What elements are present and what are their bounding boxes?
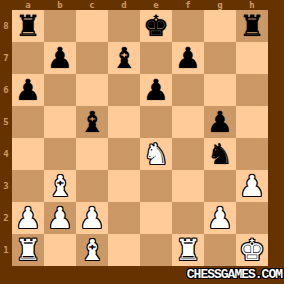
file-label-f: f — [172, 0, 204, 10]
white-pawn-h3: ♟ — [239, 170, 265, 202]
square-f3[interactable] — [172, 170, 204, 202]
square-h1[interactable]: ♚ — [236, 234, 268, 266]
square-f1[interactable]: ♜ — [172, 234, 204, 266]
chess-diagram-frame: abcdefgh 87654321 ♜♚♜♟♝♟♟♟♝♟♞♞♝♟♟♟♟♟♜♝♜♚… — [0, 0, 284, 284]
white-pawn-g2: ♟ — [207, 202, 233, 234]
square-d5[interactable] — [108, 106, 140, 138]
square-g7[interactable] — [204, 42, 236, 74]
square-d6[interactable] — [108, 74, 140, 106]
square-h2[interactable] — [236, 202, 268, 234]
square-e6[interactable]: ♟ — [140, 74, 172, 106]
black-pawn-a6: ♟ — [15, 74, 41, 106]
rank-label-2: 2 — [0, 202, 12, 234]
square-e8[interactable]: ♚ — [140, 10, 172, 42]
white-king-h1: ♚ — [239, 234, 265, 266]
file-label-d: d — [108, 0, 140, 10]
square-a6[interactable]: ♟ — [12, 74, 44, 106]
square-c2[interactable]: ♟ — [76, 202, 108, 234]
square-a2[interactable]: ♟ — [12, 202, 44, 234]
rank-label-7: 7 — [0, 42, 12, 74]
square-g5[interactable]: ♟ — [204, 106, 236, 138]
rank-label-3: 3 — [0, 170, 12, 202]
square-a3[interactable] — [12, 170, 44, 202]
chessgames-watermark: CHESSGAMES.COM — [187, 268, 282, 282]
file-label-c: c — [76, 0, 108, 10]
file-label-a: a — [12, 0, 44, 10]
black-bishop-c5: ♝ — [79, 106, 105, 138]
square-e7[interactable] — [140, 42, 172, 74]
square-d1[interactable] — [108, 234, 140, 266]
file-label-e: e — [140, 0, 172, 10]
square-c6[interactable] — [76, 74, 108, 106]
white-pawn-a2: ♟ — [15, 202, 41, 234]
square-c1[interactable]: ♝ — [76, 234, 108, 266]
square-b4[interactable] — [44, 138, 76, 170]
square-e5[interactable] — [140, 106, 172, 138]
square-b1[interactable] — [44, 234, 76, 266]
square-g4[interactable]: ♞ — [204, 138, 236, 170]
square-c3[interactable] — [76, 170, 108, 202]
rank-label-5: 5 — [0, 106, 12, 138]
square-h8[interactable]: ♜ — [236, 10, 268, 42]
white-bishop-c1: ♝ — [79, 234, 105, 266]
rank-label-1: 1 — [0, 234, 12, 266]
square-g2[interactable]: ♟ — [204, 202, 236, 234]
white-knight-e4: ♞ — [143, 138, 169, 170]
black-rook-a8: ♜ — [15, 10, 41, 42]
square-d8[interactable] — [108, 10, 140, 42]
black-pawn-e6: ♟ — [143, 74, 169, 106]
black-pawn-g5: ♟ — [207, 106, 233, 138]
square-h4[interactable] — [236, 138, 268, 170]
black-pawn-f7: ♟ — [175, 42, 201, 74]
white-bishop-b3: ♝ — [47, 170, 73, 202]
square-b8[interactable] — [44, 10, 76, 42]
chess-board: ♜♚♜♟♝♟♟♟♝♟♞♞♝♟♟♟♟♟♜♝♜♚ — [12, 10, 268, 266]
white-rook-a1: ♜ — [15, 234, 41, 266]
square-h7[interactable] — [236, 42, 268, 74]
square-a1[interactable]: ♜ — [12, 234, 44, 266]
square-f5[interactable] — [172, 106, 204, 138]
black-bishop-d7: ♝ — [111, 42, 137, 74]
square-b5[interactable] — [44, 106, 76, 138]
square-g3[interactable] — [204, 170, 236, 202]
square-b3[interactable]: ♝ — [44, 170, 76, 202]
square-g6[interactable] — [204, 74, 236, 106]
black-knight-g4: ♞ — [207, 138, 233, 170]
square-e3[interactable] — [140, 170, 172, 202]
rank-label-4: 4 — [0, 138, 12, 170]
square-f8[interactable] — [172, 10, 204, 42]
square-b2[interactable]: ♟ — [44, 202, 76, 234]
square-e1[interactable] — [140, 234, 172, 266]
square-d2[interactable] — [108, 202, 140, 234]
square-h5[interactable] — [236, 106, 268, 138]
square-f2[interactable] — [172, 202, 204, 234]
square-a7[interactable] — [12, 42, 44, 74]
square-a5[interactable] — [12, 106, 44, 138]
square-g1[interactable] — [204, 234, 236, 266]
rank-label-8: 8 — [0, 10, 12, 42]
file-labels: abcdefgh — [12, 0, 268, 10]
square-b7[interactable]: ♟ — [44, 42, 76, 74]
black-pawn-b7: ♟ — [47, 42, 73, 74]
white-pawn-c2: ♟ — [79, 202, 105, 234]
square-f7[interactable]: ♟ — [172, 42, 204, 74]
file-label-b: b — [44, 0, 76, 10]
square-f6[interactable] — [172, 74, 204, 106]
rank-labels: 87654321 — [0, 10, 12, 266]
square-d3[interactable] — [108, 170, 140, 202]
black-king-e8: ♚ — [143, 10, 169, 42]
file-label-h: h — [236, 0, 268, 10]
white-pawn-b2: ♟ — [47, 202, 73, 234]
file-label-g: g — [204, 0, 236, 10]
square-h6[interactable] — [236, 74, 268, 106]
square-c8[interactable] — [76, 10, 108, 42]
square-e2[interactable] — [140, 202, 172, 234]
black-rook-h8: ♜ — [239, 10, 265, 42]
rank-label-6: 6 — [0, 74, 12, 106]
square-d4[interactable] — [108, 138, 140, 170]
white-rook-f1: ♜ — [175, 234, 201, 266]
square-c5[interactable]: ♝ — [76, 106, 108, 138]
square-d7[interactable]: ♝ — [108, 42, 140, 74]
square-h3[interactable]: ♟ — [236, 170, 268, 202]
square-f4[interactable] — [172, 138, 204, 170]
square-a8[interactable]: ♜ — [12, 10, 44, 42]
square-a4[interactable] — [12, 138, 44, 170]
square-e4[interactable]: ♞ — [140, 138, 172, 170]
square-c7[interactable] — [76, 42, 108, 74]
square-c4[interactable] — [76, 138, 108, 170]
square-b6[interactable] — [44, 74, 76, 106]
square-g8[interactable] — [204, 10, 236, 42]
